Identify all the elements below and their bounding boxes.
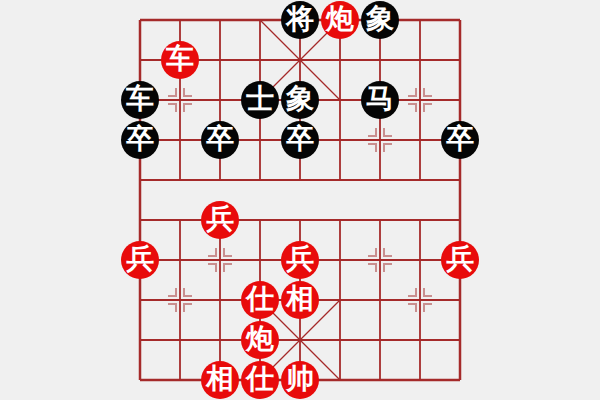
piece-label: 兵 [206, 205, 234, 233]
piece-label: 卒 [286, 125, 314, 153]
piece-red-chariot[interactable]: 车 [161, 41, 199, 79]
piece-label: 炮 [246, 325, 274, 353]
piece-black-horse[interactable]: 马 [361, 81, 399, 119]
piece-label: 兵 [126, 245, 154, 273]
piece-black-soldier[interactable]: 卒 [441, 121, 479, 159]
piece-label: 车 [126, 85, 154, 113]
piece-red-soldier[interactable]: 兵 [441, 241, 479, 279]
piece-red-elephant[interactable]: 相 [281, 281, 319, 319]
piece-label: 帅 [286, 365, 314, 393]
piece-label: 相 [286, 285, 314, 313]
piece-label: 马 [366, 85, 394, 113]
piece-black-general[interactable]: 将 [281, 1, 319, 39]
piece-red-advisor[interactable]: 仕 [241, 361, 279, 399]
piece-label: 卒 [206, 125, 234, 153]
piece-red-soldier[interactable]: 兵 [201, 201, 239, 239]
piece-red-elephant[interactable]: 相 [201, 361, 239, 399]
piece-black-soldier[interactable]: 卒 [121, 121, 159, 159]
piece-label: 兵 [446, 245, 474, 273]
piece-black-elephant[interactable]: 象 [361, 1, 399, 39]
piece-black-advisor[interactable]: 士 [241, 81, 279, 119]
piece-red-cannon[interactable]: 炮 [241, 321, 279, 359]
piece-label: 卒 [126, 125, 154, 153]
board-pieces: 将炮象车车士象马卒卒卒卒兵兵兵兵仕相炮相仕帅 [120, 0, 480, 400]
piece-black-soldier[interactable]: 卒 [281, 121, 319, 159]
xiangqi-board: 将炮象车车士象马卒卒卒卒兵兵兵兵仕相炮相仕帅 [0, 0, 600, 400]
piece-label: 象 [286, 85, 314, 113]
piece-black-soldier[interactable]: 卒 [201, 121, 239, 159]
piece-black-chariot[interactable]: 车 [121, 81, 159, 119]
piece-label: 仕 [246, 285, 274, 313]
piece-red-general[interactable]: 帅 [281, 361, 319, 399]
piece-black-elephant[interactable]: 象 [281, 81, 319, 119]
piece-label: 兵 [286, 245, 314, 273]
piece-red-cannon[interactable]: 炮 [321, 1, 359, 39]
piece-label: 象 [366, 5, 394, 33]
piece-label: 相 [206, 365, 234, 393]
piece-label: 炮 [326, 5, 354, 33]
piece-red-soldier[interactable]: 兵 [121, 241, 159, 279]
piece-label: 车 [166, 45, 194, 73]
piece-label: 卒 [446, 125, 474, 153]
piece-label: 仕 [246, 365, 274, 393]
piece-label: 将 [286, 5, 314, 33]
piece-red-advisor[interactable]: 仕 [241, 281, 279, 319]
piece-red-soldier[interactable]: 兵 [281, 241, 319, 279]
piece-label: 士 [246, 85, 274, 113]
